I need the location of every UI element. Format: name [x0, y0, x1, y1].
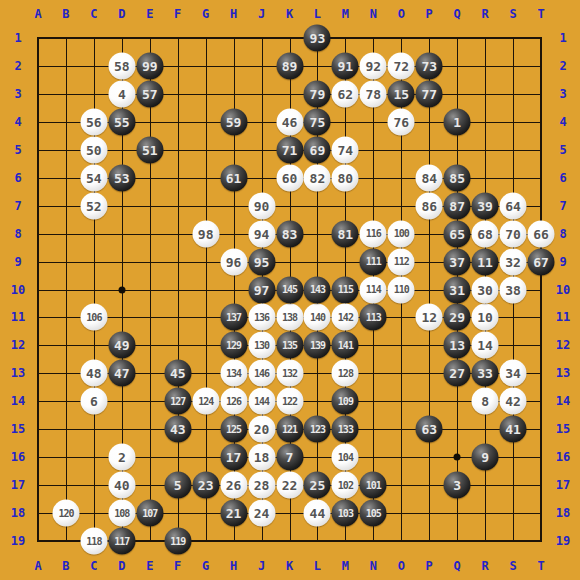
stone-number: 33	[477, 367, 493, 380]
stone-104-M16: 104	[332, 444, 359, 471]
stone-number: 10	[477, 311, 493, 324]
stone-112-O9: 112	[388, 248, 415, 275]
column-label-top: K	[286, 8, 293, 20]
stone-number: 65	[449, 227, 465, 240]
stone-number: 142	[338, 312, 353, 322]
stone-number: 40	[114, 479, 130, 492]
stone-number: 34	[505, 367, 521, 380]
stone-101-N17: 101	[360, 472, 387, 499]
stone-127-F14: 127	[164, 388, 191, 415]
stone-96-H9: 96	[220, 248, 247, 275]
stone-number: 51	[142, 143, 158, 156]
stone-146-J13: 146	[248, 360, 275, 387]
stone-102-M17: 102	[332, 472, 359, 499]
stone-number: 132	[282, 368, 297, 378]
stone-28-J17: 28	[248, 472, 275, 499]
stone-number: 109	[338, 396, 353, 406]
stone-62-M3: 62	[332, 80, 359, 107]
stone-53-D6: 53	[108, 164, 135, 191]
stone-number: 101	[366, 480, 381, 490]
stone-24-J18: 24	[248, 500, 275, 527]
stone-number: 130	[254, 340, 269, 350]
stone-number: 123	[310, 424, 325, 434]
stone-number: 116	[366, 229, 381, 239]
stone-11-R9: 11	[472, 248, 499, 275]
stone-number: 85	[449, 171, 465, 184]
stone-9-R16: 9	[472, 444, 499, 471]
stone-39-R7: 39	[472, 192, 499, 219]
stone-26-H17: 26	[220, 472, 247, 499]
column-label-top: J	[258, 8, 265, 20]
column-label-bottom: K	[286, 560, 293, 572]
stone-number: 45	[170, 367, 186, 380]
column-label-bottom: D	[118, 560, 125, 572]
stone-64-S7: 64	[500, 192, 527, 219]
column-label-bottom: J	[258, 560, 265, 572]
stone-number: 107	[142, 508, 157, 518]
stone-118-C19: 118	[80, 528, 107, 555]
stone-134-H13: 134	[220, 360, 247, 387]
stone-number: 21	[226, 507, 242, 520]
stone-132-K13: 132	[276, 360, 303, 387]
stone-number: 115	[338, 285, 353, 295]
stone-23-G17: 23	[192, 472, 219, 499]
stone-12-P11: 12	[416, 304, 443, 331]
stone-number: 23	[198, 479, 214, 492]
row-label-left: 13	[11, 367, 25, 379]
row-label-left: 6	[14, 172, 21, 184]
stone-number: 105	[366, 508, 381, 518]
stone-8-R14: 8	[472, 388, 499, 415]
row-label-left: 11	[11, 311, 25, 323]
column-label-bottom: P	[426, 560, 433, 572]
stone-22-K17: 22	[276, 472, 303, 499]
stone-10-R11: 10	[472, 304, 499, 331]
stone-number: 66	[533, 227, 549, 240]
stone-122-K14: 122	[276, 388, 303, 415]
stone-130-J12: 130	[248, 332, 275, 359]
stone-142-M11: 142	[332, 304, 359, 331]
stone-33-R13: 33	[472, 360, 499, 387]
row-label-right: 17	[556, 479, 570, 491]
stone-133-M15: 133	[332, 416, 359, 443]
stone-3-Q17: 3	[444, 472, 471, 499]
stone-number: 81	[338, 227, 354, 240]
stone-number: 122	[282, 396, 297, 406]
stone-number: 62	[338, 87, 354, 100]
stone-5-F17: 5	[164, 472, 191, 499]
stone-138-K11: 138	[276, 304, 303, 331]
row-label-left: 19	[11, 535, 25, 547]
stone-number: 24	[254, 507, 270, 520]
stone-number: 95	[254, 255, 270, 268]
stone-number: 74	[338, 143, 354, 156]
stone-number: 27	[449, 367, 465, 380]
stone-number: 80	[338, 171, 354, 184]
stone-number: 102	[338, 480, 353, 490]
stone-135-K12: 135	[276, 332, 303, 359]
stone-84-P6: 84	[416, 164, 443, 191]
row-label-left: 17	[11, 479, 25, 491]
stone-66-T8: 66	[528, 220, 555, 247]
stone-38-S10: 38	[500, 276, 527, 303]
stone-number: 126	[226, 396, 241, 406]
row-label-left: 10	[11, 284, 25, 296]
stone-number: 39	[477, 199, 493, 212]
column-label-top: G	[202, 8, 209, 20]
stone-number: 60	[282, 171, 298, 184]
stone-42-S14: 42	[500, 388, 527, 415]
stone-number: 87	[449, 199, 465, 212]
stone-number: 135	[282, 340, 297, 350]
stone-number: 69	[310, 143, 326, 156]
column-label-top: S	[509, 8, 516, 20]
row-label-left: 2	[14, 60, 21, 72]
column-label-bottom: H	[230, 560, 237, 572]
stone-86-P7: 86	[416, 192, 443, 219]
stone-number: 141	[338, 340, 353, 350]
row-label-right: 14	[556, 395, 570, 407]
stone-80-M6: 80	[332, 164, 359, 191]
stone-number: 48	[86, 367, 102, 380]
column-label-top: R	[481, 8, 488, 20]
stone-105-N18: 105	[360, 500, 387, 527]
stone-59-H4: 59	[220, 108, 247, 135]
stone-63-P15: 63	[416, 416, 443, 443]
stone-14-R12: 14	[472, 332, 499, 359]
stone-number: 29	[449, 311, 465, 324]
stone-number: 118	[86, 536, 101, 546]
stone-139-L12: 139	[304, 332, 331, 359]
row-label-right: 8	[559, 228, 566, 240]
row-label-right: 19	[556, 535, 570, 547]
stone-95-J9: 95	[248, 248, 275, 275]
stone-123-L15: 123	[304, 416, 331, 443]
column-label-top: H	[230, 8, 237, 20]
stone-85-Q6: 85	[444, 164, 471, 191]
stone-number: 22	[282, 479, 298, 492]
stone-number: 138	[282, 312, 297, 322]
row-label-right: 6	[559, 172, 566, 184]
stone-number: 9	[481, 451, 489, 464]
stone-57-E3: 57	[136, 80, 163, 107]
stone-number: 121	[282, 424, 297, 434]
stone-108-D18: 108	[108, 500, 135, 527]
stone-25-L17: 25	[304, 472, 331, 499]
stone-number: 100	[394, 229, 409, 239]
column-label-top: M	[342, 8, 349, 20]
column-label-top: T	[537, 8, 544, 20]
column-label-bottom: F	[174, 560, 181, 572]
stone-number: 140	[310, 312, 325, 322]
stone-49-D12: 49	[108, 332, 135, 359]
stone-40-D17: 40	[108, 472, 135, 499]
stone-number: 77	[421, 87, 437, 100]
star-point	[118, 286, 125, 293]
stone-79-L3: 79	[304, 80, 331, 107]
stone-7-K16: 7	[276, 444, 303, 471]
row-label-left: 16	[11, 451, 25, 463]
column-label-bottom: Q	[454, 560, 461, 572]
stone-number: 8	[481, 395, 489, 408]
row-label-right: 7	[559, 200, 566, 212]
stone-number: 47	[114, 367, 130, 380]
stone-47-D13: 47	[108, 360, 135, 387]
stone-48-C13: 48	[80, 360, 107, 387]
row-label-left: 12	[11, 339, 25, 351]
go-board[interactable]: AABBCCDDEEFFGGHHJJKKLLMMNNOOPPQQRRSSTT11…	[0, 0, 580, 580]
stone-number: 46	[282, 115, 298, 128]
stone-number: 113	[366, 312, 381, 322]
stone-number: 76	[393, 115, 409, 128]
stone-98-G8: 98	[192, 220, 219, 247]
column-label-bottom: M	[342, 560, 349, 572]
stone-75-L4: 75	[304, 108, 331, 135]
stone-number: 94	[254, 227, 270, 240]
column-label-bottom: E	[146, 560, 153, 572]
stone-73-P2: 73	[416, 52, 443, 79]
stone-number: 70	[505, 227, 521, 240]
row-label-left: 15	[11, 423, 25, 435]
stone-50-C5: 50	[80, 136, 107, 163]
stone-15-O3: 15	[388, 80, 415, 107]
stone-124-G14: 124	[192, 388, 219, 415]
stone-67-T9: 67	[528, 248, 555, 275]
stone-32-S9: 32	[500, 248, 527, 275]
stone-137-H11: 137	[220, 304, 247, 331]
stone-number: 49	[114, 339, 130, 352]
stone-number: 15	[393, 87, 409, 100]
stone-number: 58	[114, 59, 130, 72]
column-label-bottom: A	[34, 560, 41, 572]
stone-20-J15: 20	[248, 416, 275, 443]
column-label-bottom: B	[62, 560, 69, 572]
stone-65-Q8: 65	[444, 220, 471, 247]
row-label-right: 2	[559, 60, 566, 72]
stone-number: 52	[86, 199, 102, 212]
stone-number: 120	[58, 508, 73, 518]
row-label-right: 15	[556, 423, 570, 435]
stone-52-C7: 52	[80, 192, 107, 219]
column-label-bottom: O	[398, 560, 405, 572]
row-label-left: 3	[14, 88, 21, 100]
stone-number: 93	[310, 32, 326, 45]
stone-number: 41	[505, 423, 521, 436]
stone-number: 12	[421, 311, 437, 324]
stone-number: 114	[366, 285, 381, 295]
column-label-top: F	[174, 8, 181, 20]
stone-76-O4: 76	[388, 108, 415, 135]
stone-number: 30	[477, 283, 493, 296]
column-label-bottom: G	[202, 560, 209, 572]
stone-30-R10: 30	[472, 276, 499, 303]
stone-144-J14: 144	[248, 388, 275, 415]
stone-number: 67	[533, 255, 549, 268]
stone-109-M14: 109	[332, 388, 359, 415]
stone-121-K15: 121	[276, 416, 303, 443]
stone-81-M8: 81	[332, 220, 359, 247]
stone-17-H16: 17	[220, 444, 247, 471]
stone-90-J7: 90	[248, 192, 275, 219]
stone-82-L6: 82	[304, 164, 331, 191]
stone-number: 134	[226, 368, 241, 378]
stone-number: 110	[394, 285, 409, 295]
column-label-top: Q	[454, 8, 461, 20]
row-label-right: 5	[559, 144, 566, 156]
stone-number: 82	[310, 171, 326, 184]
stone-number: 104	[338, 452, 353, 462]
column-label-top: O	[398, 8, 405, 20]
stone-number: 146	[254, 368, 269, 378]
stone-number: 59	[226, 115, 242, 128]
stone-87-Q7: 87	[444, 192, 471, 219]
stone-128-M13: 128	[332, 360, 359, 387]
stone-60-K6: 60	[276, 164, 303, 191]
row-label-right: 12	[556, 339, 570, 351]
star-point	[454, 454, 461, 461]
row-label-right: 4	[559, 116, 566, 128]
stone-number: 57	[142, 87, 158, 100]
stone-number: 111	[366, 257, 381, 267]
stone-70-S8: 70	[500, 220, 527, 247]
stone-111-N9: 111	[360, 248, 387, 275]
stone-103-M18: 103	[332, 500, 359, 527]
stone-number: 61	[226, 171, 242, 184]
stone-69-L5: 69	[304, 136, 331, 163]
stone-number: 96	[226, 255, 242, 268]
stone-number: 63	[421, 423, 437, 436]
stone-number: 83	[282, 227, 298, 240]
stone-number: 91	[338, 59, 354, 72]
stone-number: 103	[338, 508, 353, 518]
stone-125-H15: 125	[220, 416, 247, 443]
stone-number: 75	[310, 115, 326, 128]
stone-number: 37	[449, 255, 465, 268]
stone-56-C4: 56	[80, 108, 107, 135]
stone-140-L11: 140	[304, 304, 331, 331]
row-label-left: 4	[14, 116, 21, 128]
stone-number: 42	[505, 395, 521, 408]
stone-74-M5: 74	[332, 136, 359, 163]
stone-number: 90	[254, 199, 270, 212]
stone-number: 53	[114, 171, 130, 184]
stone-number: 7	[286, 451, 294, 464]
stone-number: 18	[254, 451, 270, 464]
stone-113-N11: 113	[360, 304, 387, 331]
stone-54-C6: 54	[80, 164, 107, 191]
stone-number: 54	[86, 171, 102, 184]
column-label-top: P	[426, 8, 433, 20]
stone-141-M12: 141	[332, 332, 359, 359]
stone-number: 17	[226, 451, 242, 464]
stone-44-L18: 44	[304, 500, 331, 527]
stone-72-O2: 72	[388, 52, 415, 79]
stone-number: 11	[477, 255, 493, 268]
stone-number: 56	[86, 115, 102, 128]
stone-120-B18: 120	[52, 500, 79, 527]
stone-number: 71	[282, 143, 298, 156]
row-label-left: 1	[14, 32, 21, 44]
stone-89-K2: 89	[276, 52, 303, 79]
stone-number: 98	[198, 227, 214, 240]
stone-61-H6: 61	[220, 164, 247, 191]
stone-number: 31	[449, 283, 465, 296]
row-label-left: 14	[11, 395, 25, 407]
stone-number: 127	[170, 396, 185, 406]
stone-115-M10: 115	[332, 276, 359, 303]
stone-99-E2: 99	[136, 52, 163, 79]
stone-number: 5	[174, 479, 182, 492]
stone-100-O8: 100	[388, 220, 415, 247]
stone-number: 2	[118, 451, 126, 464]
stone-number: 79	[310, 87, 326, 100]
stone-number: 129	[226, 340, 241, 350]
stone-55-D4: 55	[108, 108, 135, 135]
stone-number: 13	[449, 339, 465, 352]
stone-92-N2: 92	[360, 52, 387, 79]
stone-93-L1: 93	[304, 25, 331, 52]
stone-number: 14	[477, 339, 493, 352]
row-label-right: 1	[559, 32, 566, 44]
row-label-right: 16	[556, 451, 570, 463]
stone-number: 26	[226, 479, 242, 492]
stone-51-E5: 51	[136, 136, 163, 163]
column-label-top: N	[370, 8, 377, 20]
stone-126-H14: 126	[220, 388, 247, 415]
stone-71-K5: 71	[276, 136, 303, 163]
row-label-right: 13	[556, 367, 570, 379]
stone-number: 125	[226, 424, 241, 434]
stone-number: 43	[170, 423, 186, 436]
stone-number: 3	[453, 479, 461, 492]
stone-97-J10: 97	[248, 276, 275, 303]
stone-number: 136	[254, 312, 269, 322]
stone-77-P3: 77	[416, 80, 443, 107]
stone-21-H18: 21	[220, 500, 247, 527]
stone-4-D3: 4	[108, 80, 135, 107]
stone-number: 92	[366, 59, 382, 72]
column-label-top: B	[62, 8, 69, 20]
stone-number: 20	[254, 423, 270, 436]
row-label-left: 5	[14, 144, 21, 156]
column-label-bottom: R	[481, 560, 488, 572]
column-label-top: E	[146, 8, 153, 20]
stone-83-K8: 83	[276, 220, 303, 247]
stone-number: 64	[505, 199, 521, 212]
stone-number: 38	[505, 283, 521, 296]
stone-number: 73	[421, 59, 437, 72]
stone-number: 143	[310, 285, 325, 295]
stone-number: 32	[505, 255, 521, 268]
column-label-top: A	[34, 8, 41, 20]
stone-number: 44	[310, 507, 326, 520]
stone-number: 86	[421, 199, 437, 212]
stone-number: 145	[282, 285, 297, 295]
stone-number: 128	[338, 368, 353, 378]
stone-number: 117	[114, 536, 129, 546]
stone-106-C11: 106	[80, 304, 107, 331]
row-label-right: 18	[556, 507, 570, 519]
column-label-top: D	[118, 8, 125, 20]
stone-143-L10: 143	[304, 276, 331, 303]
stone-107-E18: 107	[136, 500, 163, 527]
stone-number: 55	[114, 115, 130, 128]
stone-94-J8: 94	[248, 220, 275, 247]
stone-136-J11: 136	[248, 304, 275, 331]
stone-13-Q12: 13	[444, 332, 471, 359]
stone-110-O10: 110	[388, 276, 415, 303]
stone-number: 84	[421, 171, 437, 184]
